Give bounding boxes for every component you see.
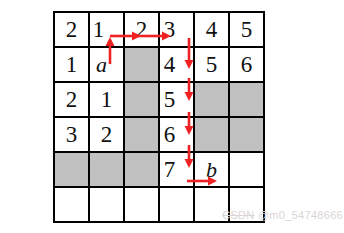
grid-cell-r4c2: 2 [90,118,123,151]
grid-cell-r1c6: 5 [230,13,263,46]
grid-cell-r5c6 [230,153,263,186]
cell-number: 6 [241,53,253,76]
grid-cell-r4c6 [230,118,263,151]
grid-cell-r2c4: 4 [160,48,193,81]
grid-cell-r5c5: b [195,153,228,186]
cell-number: 4 [164,53,176,76]
grid-cell-r6c1 [55,188,88,221]
grid-cell-r6c4 [160,188,193,221]
grid-cell-r5c2 [90,153,123,186]
watermark: CSDN @m0_54748666 [222,209,343,221]
cell-number: 5 [206,53,218,76]
grid-cell-r6c3 [125,188,158,221]
cell-number: 2 [66,18,78,41]
grid-cell-r2c5: 5 [195,48,228,81]
grid-cell-r1c2: 1 [90,13,123,46]
grid-cell-r6c2 [90,188,123,221]
grid-cell-r3c2: 1 [90,83,123,116]
cell-number: 2 [66,88,78,111]
cell-number: 2 [136,18,148,41]
cell-number: 7 [164,158,176,181]
endpoint-b: b [206,159,217,181]
endpoint-a: a [96,54,107,76]
grid-cell-r4c3 [125,118,158,151]
grid-cell-r3c4: 5 [160,83,193,116]
cell-number: 1 [93,18,105,41]
cell-number: 5 [241,18,253,41]
grid-cell-r2c3 [125,48,158,81]
grid-cell-r3c5 [195,83,228,116]
grid-cell-r1c5: 4 [195,13,228,46]
grid-cell-r4c4: 6 [160,118,193,151]
grid-cell-r5c1 [55,153,88,186]
cell-number: 1 [66,53,78,76]
grid-cell-r1c4: 3 [160,13,193,46]
cell-number: 4 [206,18,218,41]
cell-number: 3 [164,18,176,41]
grid-cell-r2c1: 1 [55,48,88,81]
grid-cell-r3c6 [230,83,263,116]
cell-number: 5 [164,88,176,111]
grid-cell-r4c1: 3 [55,118,88,151]
cell-number: 6 [164,123,176,146]
grid-cell-r2c2: a [90,48,123,81]
cell-number: 3 [66,123,78,146]
puzzle-grid: 2123451a4562153267b [53,11,265,223]
grid-cell-r3c3 [125,83,158,116]
grid-cell-r5c3 [125,153,158,186]
watermark-brand: CSDN [222,209,254,221]
cell-number: 1 [101,88,113,111]
watermark-user: @m0_54748666 [255,209,343,221]
grid-cell-r5c4: 7 [160,153,193,186]
grid-cell-r4c5 [195,118,228,151]
grid-cell-r3c1: 2 [55,83,88,116]
grid-cell-r1c1: 2 [55,13,88,46]
cell-number: 2 [101,123,113,146]
grid-cell-r1c3: 2 [125,13,158,46]
grid-cell-r2c6: 6 [230,48,263,81]
